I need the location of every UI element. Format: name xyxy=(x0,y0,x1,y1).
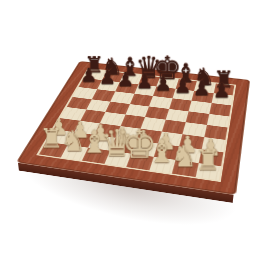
board-edge-right xyxy=(235,81,250,202)
photo-stage: ♜♞♝♛♚♝♞♜♟♟♟♟♟♟♟♟♟♟♟♟♟♟♟♟♜♞♝♛♚♝♞♜ xyxy=(0,0,259,259)
square-h6[interactable] xyxy=(209,103,231,116)
piece-white-rook-h1[interactable]: ♜ xyxy=(191,146,225,175)
board-scene: ♜♞♝♛♚♝♞♜♟♟♟♟♟♟♟♟♟♟♟♟♟♟♟♟♜♞♝♛♚♝♞♜ xyxy=(0,0,259,259)
piece-black-pawn-h7[interactable]: ♟ xyxy=(207,81,236,101)
chess-board: ♜♞♝♛♚♝♞♜♟♟♟♟♟♟♟♟♟♟♟♟♟♟♟♟♜♞♝♛♚♝♞♜ xyxy=(16,61,250,195)
